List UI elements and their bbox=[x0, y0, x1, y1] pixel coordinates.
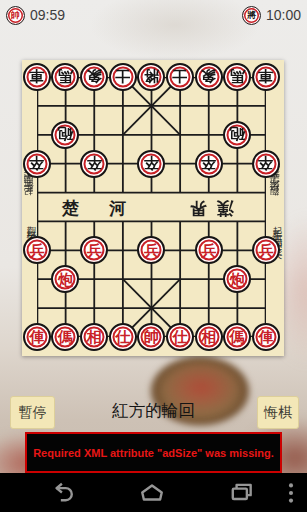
piece-character: 仕 bbox=[115, 329, 130, 344]
piece-black-士[interactable]: 士 bbox=[166, 63, 194, 91]
ad-error-text: Required XML attribute "adSize" was miss… bbox=[33, 447, 274, 459]
xiangqi-board[interactable]: 起手無回大丈夫 觀棋不語真君子 觀棋不語真君子 起手無回大丈夫 楚 河 漢界 車… bbox=[22, 60, 284, 356]
piece-character: 相 bbox=[87, 329, 102, 344]
overflow-menu-button[interactable] bbox=[278, 480, 304, 506]
ad-error-banner: Required XML attribute "adSize" was miss… bbox=[25, 432, 282, 473]
piece-black-卒[interactable]: 卒 bbox=[252, 150, 280, 178]
piece-character: 炮 bbox=[58, 272, 73, 287]
piece-character: 車 bbox=[258, 69, 273, 84]
piece-character: 卒 bbox=[258, 156, 273, 171]
recents-icon bbox=[229, 480, 255, 506]
piece-red-炮[interactable]: 炮 bbox=[51, 265, 79, 293]
piece-character: 兵 bbox=[87, 243, 102, 258]
clock-bar: 帥 09:59 將 10:00 bbox=[0, 0, 307, 30]
piece-red-兵[interactable]: 兵 bbox=[252, 236, 280, 264]
piece-character: 象 bbox=[87, 69, 102, 84]
piece-black-卒[interactable]: 卒 bbox=[80, 150, 108, 178]
piece-black-象[interactable]: 象 bbox=[195, 63, 223, 91]
piece-red-仕[interactable]: 仕 bbox=[166, 323, 194, 351]
piece-black-卒[interactable]: 卒 bbox=[23, 150, 51, 178]
piece-character: 卒 bbox=[144, 156, 159, 171]
piece-red-俥[interactable]: 俥 bbox=[23, 323, 51, 351]
piece-character: 仕 bbox=[172, 329, 187, 344]
piece-black-象[interactable]: 象 bbox=[80, 63, 108, 91]
piece-character: 兵 bbox=[29, 243, 44, 258]
piece-black-砲[interactable]: 砲 bbox=[223, 121, 251, 149]
piece-red-傌[interactable]: 傌 bbox=[51, 323, 79, 351]
piece-character: 兵 bbox=[144, 243, 159, 258]
piece-black-車[interactable]: 車 bbox=[252, 63, 280, 91]
piece-black-卒[interactable]: 卒 bbox=[137, 150, 165, 178]
piece-character: 炮 bbox=[230, 272, 245, 287]
piece-character: 傌 bbox=[58, 329, 73, 344]
recents-button[interactable] bbox=[229, 480, 255, 506]
background-photo-piece bbox=[133, 344, 267, 438]
piece-character: 將 bbox=[144, 69, 159, 84]
home-button[interactable] bbox=[139, 480, 165, 506]
undo-move-button[interactable]: 悔棋 bbox=[257, 396, 299, 429]
piece-character: 馬 bbox=[58, 69, 73, 84]
back-icon bbox=[50, 480, 76, 506]
piece-red-相[interactable]: 相 bbox=[195, 323, 223, 351]
piece-character: 俥 bbox=[258, 329, 273, 344]
red-general-icon: 帥 bbox=[6, 6, 25, 25]
piece-black-士[interactable]: 士 bbox=[109, 63, 137, 91]
piece-red-相[interactable]: 相 bbox=[80, 323, 108, 351]
red-clock-time: 09:59 bbox=[30, 7, 65, 23]
piece-red-兵[interactable]: 兵 bbox=[195, 236, 223, 264]
piece-black-馬[interactable]: 馬 bbox=[223, 63, 251, 91]
piece-character: 砲 bbox=[58, 127, 73, 142]
android-navigation-bar bbox=[0, 473, 307, 512]
black-general-icon: 將 bbox=[242, 6, 261, 25]
piece-character: 士 bbox=[172, 69, 187, 84]
piece-character: 傌 bbox=[230, 329, 245, 344]
black-clock: 將 10:00 bbox=[242, 6, 301, 25]
overflow-menu-icon bbox=[278, 480, 304, 506]
piece-black-馬[interactable]: 馬 bbox=[51, 63, 79, 91]
piece-character: 卒 bbox=[87, 156, 102, 171]
piece-character: 俥 bbox=[29, 329, 44, 344]
back-button[interactable] bbox=[50, 480, 76, 506]
red-clock: 帥 09:59 bbox=[6, 6, 65, 25]
piece-red-帥[interactable]: 帥 bbox=[137, 323, 165, 351]
piece-red-兵[interactable]: 兵 bbox=[23, 236, 51, 264]
piece-character: 卒 bbox=[29, 156, 44, 171]
piece-red-俥[interactable]: 俥 bbox=[252, 323, 280, 351]
piece-black-砲[interactable]: 砲 bbox=[51, 121, 79, 149]
piece-black-車[interactable]: 車 bbox=[23, 63, 51, 91]
piece-character: 帥 bbox=[144, 329, 159, 344]
piece-character: 兵 bbox=[201, 243, 216, 258]
home-icon bbox=[139, 480, 165, 506]
piece-character: 象 bbox=[201, 69, 216, 84]
piece-red-兵[interactable]: 兵 bbox=[137, 236, 165, 264]
piece-character: 兵 bbox=[258, 243, 273, 258]
piece-character: 士 bbox=[115, 69, 130, 84]
piece-character: 砲 bbox=[230, 127, 245, 142]
piece-character: 卒 bbox=[201, 156, 216, 171]
piece-black-卒[interactable]: 卒 bbox=[195, 150, 223, 178]
app-screen: 帥 09:59 將 10:00 起手無回大丈夫 觀棋不語真君子 觀棋不語真君子 … bbox=[0, 0, 307, 512]
black-clock-time: 10:00 bbox=[266, 7, 301, 23]
piece-red-兵[interactable]: 兵 bbox=[80, 236, 108, 264]
piece-red-傌[interactable]: 傌 bbox=[223, 323, 251, 351]
piece-red-仕[interactable]: 仕 bbox=[109, 323, 137, 351]
piece-character: 馬 bbox=[230, 69, 245, 84]
piece-black-將[interactable]: 將 bbox=[137, 63, 165, 91]
piece-red-炮[interactable]: 炮 bbox=[223, 265, 251, 293]
piece-character: 車 bbox=[29, 69, 44, 84]
piece-character: 相 bbox=[201, 329, 216, 344]
pieces-grid: 車馬象士將士象馬車砲砲卒卒卒卒卒兵兵兵兵兵炮炮俥傌相仕帥仕相傌俥 bbox=[23, 63, 281, 352]
